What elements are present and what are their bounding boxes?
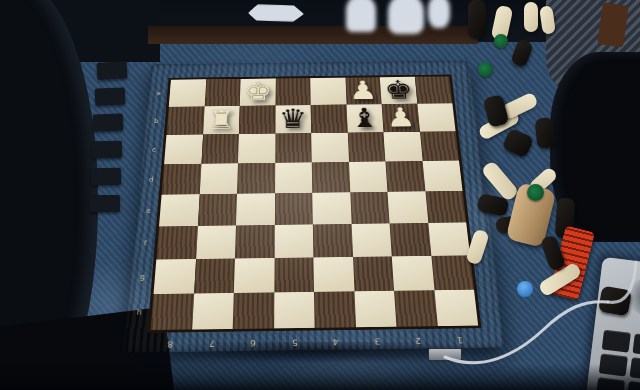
square-h6: [233, 292, 274, 329]
square-a3: ♟: [345, 77, 382, 104]
square-c4: [311, 133, 348, 163]
square-g4: [313, 257, 354, 292]
square-e1: [425, 191, 466, 223]
felt-base-icon: [527, 184, 544, 201]
dark-slat: [97, 61, 128, 80]
board-grid: ♚♟♚♜♛♝♟: [151, 76, 479, 330]
black-piece-lying-icon: [502, 128, 535, 159]
black-king: ♚: [383, 77, 413, 103]
felt-base-icon: [478, 62, 493, 77]
square-d7: [199, 163, 238, 194]
rank-label: 7: [191, 333, 233, 348]
file-label: f: [136, 227, 154, 260]
square-f1: [428, 222, 470, 255]
file-label: d: [143, 164, 160, 195]
file-label: h: [130, 294, 149, 330]
black-bishop: ♝: [350, 105, 380, 132]
square-d8: [162, 164, 201, 195]
square-b3: ♝: [346, 104, 383, 132]
square-f6: [235, 225, 274, 259]
square-g8: [154, 259, 196, 294]
file-label: b: [148, 107, 164, 135]
square-b2: ♟: [382, 104, 420, 132]
square-d1: [422, 161, 462, 192]
dark-slat: [90, 195, 120, 212]
square-c2: [383, 132, 422, 162]
file-label: c: [145, 135, 162, 164]
rank-label: 2: [397, 330, 439, 345]
dark-slat: [92, 141, 122, 159]
square-e3: [350, 192, 390, 224]
square-a8: [169, 79, 206, 107]
square-c7: [201, 134, 239, 164]
black-piece-standing-icon: [468, 0, 486, 38]
square-a4: [310, 78, 346, 105]
square-e7: [198, 194, 237, 226]
board-frame: ♚♟♚♜♛♝♟ 87654321 abcdefgh: [124, 61, 506, 353]
square-c5: [275, 133, 312, 163]
square-e2: [387, 191, 427, 223]
square-e6: [236, 193, 275, 225]
square-g3: [353, 256, 394, 291]
dark-slat: [95, 87, 126, 105]
square-b5: ♛: [275, 105, 311, 134]
square-b1: [417, 103, 456, 131]
square-f5: [274, 224, 313, 258]
square-d5: [275, 162, 313, 193]
square-b8: [166, 106, 204, 135]
blurred-white-piece-icon: [388, 0, 424, 34]
square-b4: [311, 105, 348, 134]
square-e8: [159, 194, 199, 226]
table-edge-behind-board: [148, 26, 478, 44]
square-d2: [385, 161, 425, 192]
bottom-vignette: [0, 364, 640, 390]
square-e5: [274, 193, 312, 225]
square-c3: [347, 132, 385, 162]
dgt-connector: [428, 348, 462, 361]
square-h7: [192, 293, 234, 330]
square-h8: [151, 294, 194, 331]
blue-bottle-cap: [517, 281, 533, 297]
square-c1: [420, 131, 459, 161]
square-f7: [196, 225, 236, 259]
square-a5: [275, 78, 310, 105]
square-b6: [239, 106, 275, 135]
square-h2: [394, 290, 437, 326]
square-a7: [204, 79, 240, 106]
rank-label: 3: [356, 331, 398, 346]
square-g6: [234, 258, 274, 293]
board-playing-area: ♚♟♚♜♛♝♟: [147, 74, 481, 332]
square-g2: [392, 256, 434, 291]
black-piece-on-laptop-icon: [598, 286, 632, 317]
square-g5: [274, 257, 314, 292]
square-c8: [164, 135, 203, 165]
blurred-white-piece-icon: [346, 0, 376, 32]
square-h4: [314, 291, 356, 328]
square-d3: [349, 161, 388, 192]
chess-board: ♚♟♚♜♛♝♟ 87654321 abcdefgh: [124, 61, 506, 353]
file-label: e: [140, 195, 158, 227]
square-b7: ♜: [203, 106, 240, 135]
black-piece-icon: [534, 117, 555, 149]
square-h3: [354, 291, 396, 327]
square-h5: [274, 292, 315, 329]
square-a1: [415, 76, 453, 103]
rank-label: 8: [149, 334, 191, 349]
square-h1: [434, 290, 478, 326]
square-f3: [351, 223, 392, 256]
square-c6: [238, 134, 275, 164]
square-f8: [156, 226, 197, 260]
dark-slat: [91, 168, 121, 186]
square-f2: [390, 223, 431, 256]
rank-coordinates: 87654321: [149, 330, 480, 349]
white-rook: ♜: [206, 107, 236, 134]
white-pawn: ♟: [349, 78, 378, 104]
rank-label: 4: [315, 332, 357, 347]
tournament-floor-scene: ♚♟♚♜♛♝♟ 87654321 abcdefgh: [0, 0, 640, 390]
rank-label: 1: [438, 330, 481, 345]
dark-slat: [93, 113, 124, 131]
square-a6: ♚: [240, 78, 276, 105]
blurred-white-piece-icon: [428, 0, 450, 28]
white-king: ♚: [243, 79, 272, 105]
square-f4: [313, 224, 353, 258]
square-d4: [312, 162, 350, 193]
white-pawn: ♟: [385, 104, 416, 131]
rank-label: 6: [232, 333, 274, 348]
black-piece-icon: [510, 38, 534, 68]
square-e4: [312, 192, 351, 224]
felt-base-icon: [494, 34, 508, 48]
file-label: g: [133, 260, 151, 295]
square-d6: [237, 163, 275, 194]
black-queen: ♛: [279, 106, 308, 133]
square-a2: ♚: [380, 77, 417, 104]
cream-pawn-icon: [524, 2, 538, 32]
rank-label: 5: [274, 332, 315, 347]
square-g7: [194, 258, 235, 293]
file-label: a: [151, 80, 167, 107]
